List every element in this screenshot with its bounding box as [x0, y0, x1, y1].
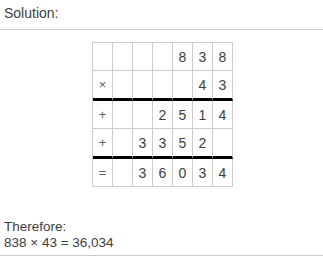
- bottom-divider: [0, 255, 323, 256]
- grid-cell: [93, 43, 113, 71]
- grid-cell: 3: [153, 129, 173, 159]
- grid-cell: [113, 129, 133, 159]
- grid-cell: 3: [193, 43, 213, 71]
- result-equation: 838 × 43 = 36,034: [4, 235, 114, 251]
- grid-cell: [213, 129, 233, 159]
- top-divider: [0, 29, 323, 30]
- solution-label: Solution:: [4, 5, 58, 22]
- grid-cell: 4: [213, 101, 233, 129]
- grid-cell: 3: [133, 159, 153, 187]
- grid-cell: 2: [153, 101, 173, 129]
- grid-cell: [133, 71, 153, 101]
- grid-cell: 3: [193, 159, 213, 187]
- grid-cell: 3: [213, 71, 233, 101]
- grid-cell: 1: [193, 101, 213, 129]
- grid-cell: [113, 101, 133, 129]
- grid-cell: 4: [213, 159, 233, 187]
- grid-cell: [113, 71, 133, 101]
- grid-cell: 6: [153, 159, 173, 187]
- grid-cell: 5: [173, 129, 193, 159]
- grid-cell: 3: [133, 129, 153, 159]
- grid-cell: +: [93, 101, 113, 129]
- grid-cell: [113, 159, 133, 187]
- therefore-label: Therefore:: [4, 219, 114, 235]
- grid-cell: [173, 71, 193, 101]
- grid-cell: 8: [173, 43, 193, 71]
- grid-cell: [113, 43, 133, 71]
- grid-cell: [153, 43, 173, 71]
- footer-text: Therefore: 838 × 43 = 36,034: [4, 219, 114, 251]
- grid-cell: 2: [193, 129, 213, 159]
- grid-cell: 5: [173, 101, 193, 129]
- solution-panel: Solution: 838×43+2514+3352=36034 Therefo…: [0, 0, 323, 258]
- grid-cell: [133, 101, 153, 129]
- grid-cell: 8: [213, 43, 233, 71]
- grid-cell: ×: [93, 71, 113, 101]
- grid-cell: 4: [193, 71, 213, 101]
- grid-cell: 0: [173, 159, 193, 187]
- grid-cell: [153, 71, 173, 101]
- grid-cell: [133, 43, 153, 71]
- grid-cell: =: [93, 159, 113, 187]
- multiplication-grid: 838×43+2514+3352=36034: [92, 42, 233, 187]
- grid-cell: +: [93, 129, 113, 159]
